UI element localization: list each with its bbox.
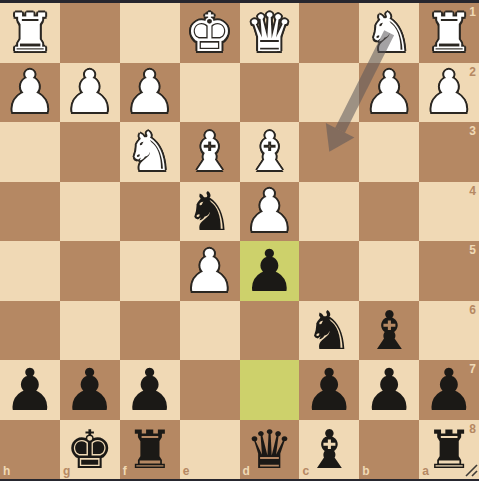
square-g3[interactable]: [60, 122, 120, 182]
black-pawn[interactable]: ♟: [359, 360, 419, 420]
black-bishop[interactable]: ♝: [359, 301, 419, 361]
white-rook[interactable]: ♜: [0, 3, 60, 63]
square-f2[interactable]: ♟: [120, 63, 180, 123]
square-h1[interactable]: ♜: [0, 3, 60, 63]
square-b8[interactable]: b: [359, 420, 419, 480]
square-e1[interactable]: ♚: [180, 3, 240, 63]
square-h7[interactable]: ♟: [0, 360, 60, 420]
black-pawn[interactable]: ♟: [120, 360, 180, 420]
square-a3[interactable]: 3: [419, 122, 479, 182]
white-rook[interactable]: ♜: [419, 3, 479, 63]
square-g6[interactable]: [60, 301, 120, 361]
black-queen[interactable]: ♛: [240, 420, 300, 480]
square-a1[interactable]: ♜1: [419, 3, 479, 63]
square-c6[interactable]: ♞: [299, 301, 359, 361]
square-b5[interactable]: [359, 241, 419, 301]
square-e3[interactable]: ♝: [180, 122, 240, 182]
chess-board: ♜♚♛♞♜1♟♟♟♟♟2♞♝♝3♞♟4♟♟5♞♝6♟♟♟♟♟♟7h♚g♜fe♛d…: [0, 3, 479, 479]
black-king[interactable]: ♚: [60, 420, 120, 480]
white-pawn[interactable]: ♟: [60, 63, 120, 123]
square-a5[interactable]: 5: [419, 241, 479, 301]
square-c3[interactable]: [299, 122, 359, 182]
square-g4[interactable]: [60, 182, 120, 242]
square-h3[interactable]: [0, 122, 60, 182]
square-e4[interactable]: ♞: [180, 182, 240, 242]
square-f6[interactable]: [120, 301, 180, 361]
square-g7[interactable]: ♟: [60, 360, 120, 420]
black-bishop[interactable]: ♝: [299, 420, 359, 480]
square-c7[interactable]: ♟: [299, 360, 359, 420]
square-c8[interactable]: ♝c: [299, 420, 359, 480]
white-pawn[interactable]: ♟: [180, 241, 240, 301]
black-rook[interactable]: ♜: [120, 420, 180, 480]
square-h5[interactable]: [0, 241, 60, 301]
file-label-h: h: [3, 465, 10, 477]
white-bishop[interactable]: ♝: [240, 122, 300, 182]
rank-label-6: 6: [469, 304, 476, 316]
white-pawn[interactable]: ♟: [0, 63, 60, 123]
square-a4[interactable]: 4: [419, 182, 479, 242]
square-c1[interactable]: [299, 3, 359, 63]
square-g1[interactable]: [60, 3, 120, 63]
square-e5[interactable]: ♟: [180, 241, 240, 301]
square-a6[interactable]: 6: [419, 301, 479, 361]
square-d5[interactable]: ♟: [240, 241, 300, 301]
square-e7[interactable]: [180, 360, 240, 420]
white-king[interactable]: ♚: [180, 3, 240, 63]
square-e6[interactable]: [180, 301, 240, 361]
black-pawn[interactable]: ♟: [60, 360, 120, 420]
black-pawn[interactable]: ♟: [0, 360, 60, 420]
square-h2[interactable]: ♟: [0, 63, 60, 123]
square-b4[interactable]: [359, 182, 419, 242]
square-b7[interactable]: ♟: [359, 360, 419, 420]
white-pawn[interactable]: ♟: [240, 182, 300, 242]
square-g5[interactable]: [60, 241, 120, 301]
square-d7[interactable]: [240, 360, 300, 420]
square-d8[interactable]: ♛d: [240, 420, 300, 480]
square-c4[interactable]: [299, 182, 359, 242]
square-h8[interactable]: h: [0, 420, 60, 480]
black-pawn[interactable]: ♟: [299, 360, 359, 420]
square-d6[interactable]: [240, 301, 300, 361]
board-resize-handle-icon[interactable]: [464, 463, 478, 477]
rank-label-3: 3: [469, 125, 476, 137]
square-b1[interactable]: ♞: [359, 3, 419, 63]
square-h4[interactable]: [0, 182, 60, 242]
white-knight[interactable]: ♞: [359, 3, 419, 63]
black-knight[interactable]: ♞: [180, 182, 240, 242]
square-d2[interactable]: [240, 63, 300, 123]
white-bishop[interactable]: ♝: [180, 122, 240, 182]
square-c2[interactable]: [299, 63, 359, 123]
white-pawn[interactable]: ♟: [419, 63, 479, 123]
square-b6[interactable]: ♝: [359, 301, 419, 361]
file-label-b: b: [362, 465, 369, 477]
square-d3[interactable]: ♝: [240, 122, 300, 182]
square-c5[interactable]: [299, 241, 359, 301]
square-a2[interactable]: ♟2: [419, 63, 479, 123]
square-h6[interactable]: [0, 301, 60, 361]
square-g2[interactable]: ♟: [60, 63, 120, 123]
square-e8[interactable]: e: [180, 420, 240, 480]
square-b2[interactable]: ♟: [359, 63, 419, 123]
white-pawn[interactable]: ♟: [359, 63, 419, 123]
square-f3[interactable]: ♞: [120, 122, 180, 182]
square-d4[interactable]: ♟: [240, 182, 300, 242]
square-a7[interactable]: ♟7: [419, 360, 479, 420]
black-knight[interactable]: ♞: [299, 301, 359, 361]
square-f5[interactable]: [120, 241, 180, 301]
black-pawn[interactable]: ♟: [240, 241, 300, 301]
square-f4[interactable]: [120, 182, 180, 242]
file-label-e: e: [183, 465, 190, 477]
square-b3[interactable]: [359, 122, 419, 182]
white-pawn[interactable]: ♟: [120, 63, 180, 123]
black-pawn[interactable]: ♟: [419, 360, 479, 420]
square-f1[interactable]: [120, 3, 180, 63]
square-f7[interactable]: ♟: [120, 360, 180, 420]
rank-label-4: 4: [469, 185, 476, 197]
square-f8[interactable]: ♜f: [120, 420, 180, 480]
chess-app-screen: ♜♚♛♞♜1♟♟♟♟♟2♞♝♝3♞♟4♟♟5♞♝6♟♟♟♟♟♟7h♚g♜fe♛d…: [0, 0, 479, 481]
white-knight[interactable]: ♞: [120, 122, 180, 182]
square-e2[interactable]: [180, 63, 240, 123]
square-g8[interactable]: ♚g: [60, 420, 120, 480]
square-d1[interactable]: ♛: [240, 3, 300, 63]
rank-label-5: 5: [469, 244, 476, 256]
white-queen[interactable]: ♛: [240, 3, 300, 63]
